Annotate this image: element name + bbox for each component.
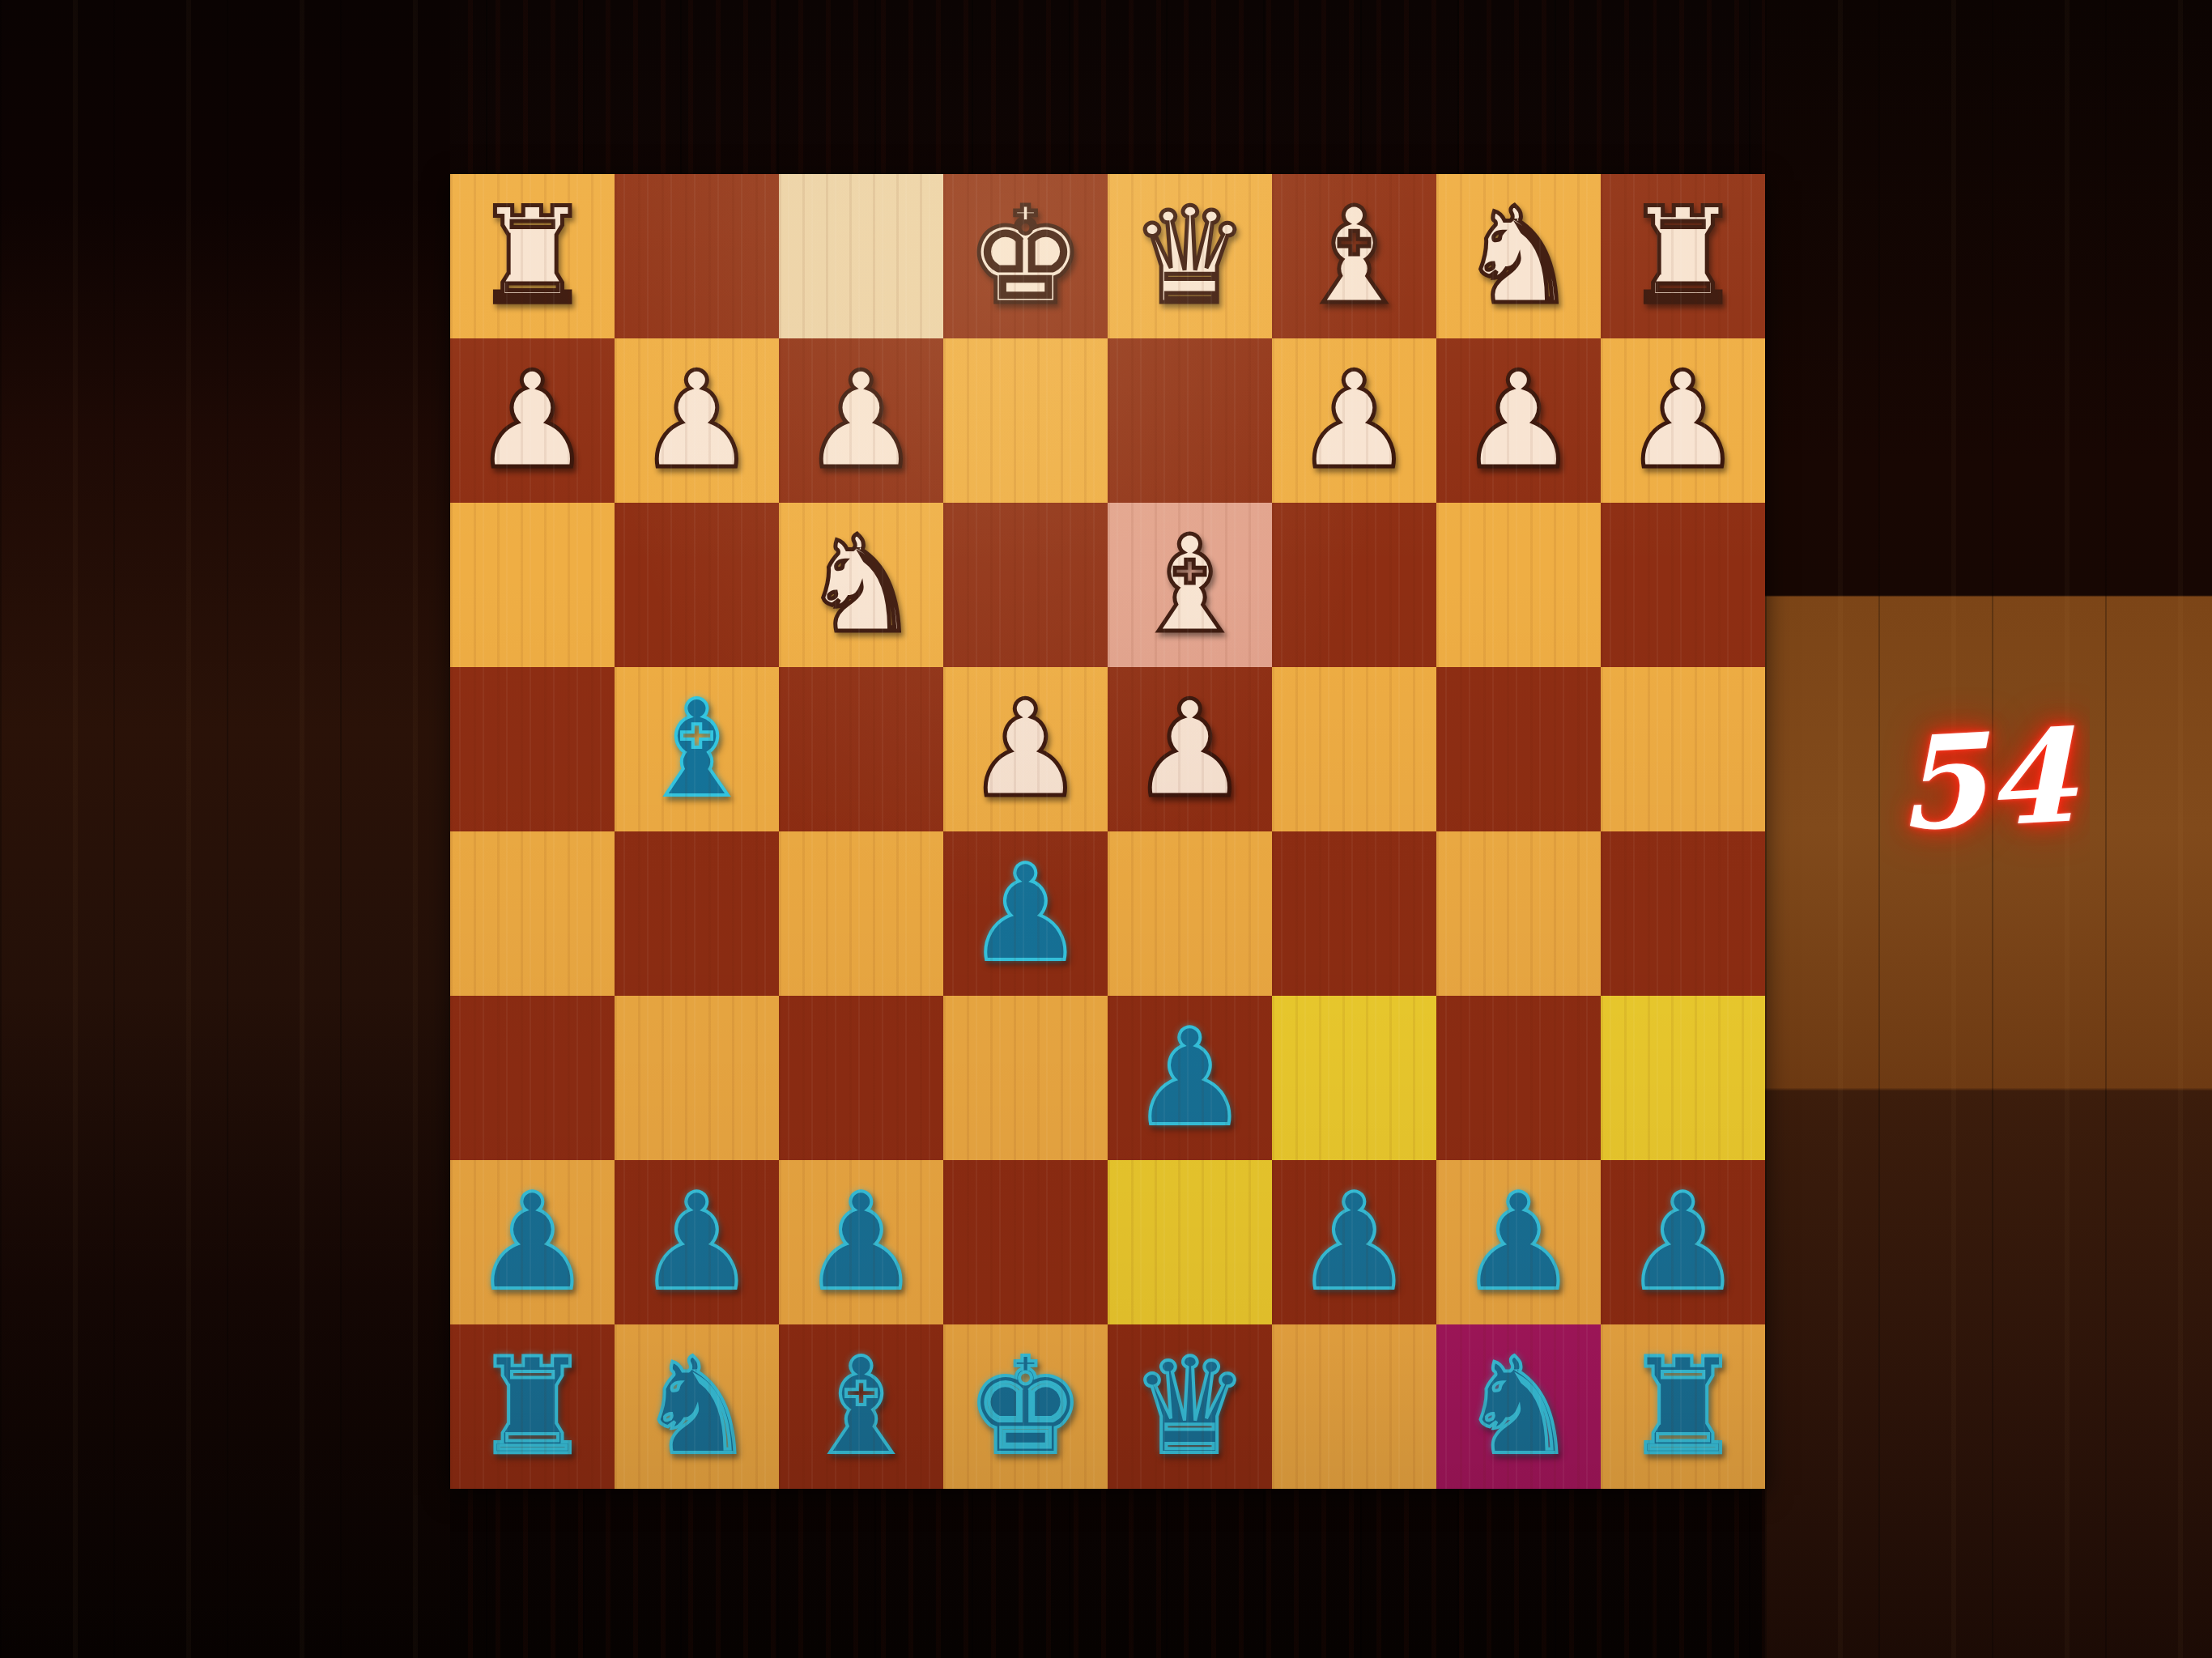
square-h7[interactable]: ♟ (450, 1160, 615, 1324)
square-f7[interactable]: ♟ (779, 1160, 943, 1324)
square-e6[interactable] (943, 996, 1108, 1160)
square-c3[interactable] (1272, 503, 1436, 667)
square-b7[interactable]: ♟ (1436, 1160, 1601, 1324)
square-g7[interactable]: ♟ (615, 1160, 779, 1324)
square-e5[interactable]: ♟ (943, 831, 1108, 996)
square-f8[interactable]: ♝ (779, 1324, 943, 1489)
white-king: ♚ (966, 190, 1085, 323)
square-d7[interactable] (1108, 1160, 1272, 1324)
square-f6[interactable] (779, 996, 943, 1160)
square-g1[interactable] (615, 174, 779, 338)
black-pawn: ♟ (637, 1176, 756, 1309)
white-pawn: ♟ (637, 355, 756, 487)
square-g2[interactable]: ♟ (615, 338, 779, 503)
white-pawn: ♟ (1295, 355, 1414, 487)
move-timer-countdown: 54 (1876, 672, 2095, 886)
square-d1[interactable]: ♛ (1108, 174, 1272, 338)
black-bishop: ♝ (637, 683, 756, 816)
square-a1[interactable]: ♜ (1601, 174, 1765, 338)
black-pawn: ♟ (1295, 1176, 1414, 1309)
white-knight: ♞ (1459, 190, 1578, 323)
white-pawn: ♟ (473, 355, 592, 487)
white-bishop: ♝ (1295, 190, 1414, 323)
square-b8[interactable]: ♞ (1436, 1324, 1601, 1489)
white-pawn: ♟ (966, 683, 1085, 816)
square-b5[interactable] (1436, 831, 1601, 996)
white-pawn: ♟ (1623, 355, 1742, 487)
square-d2[interactable] (1108, 338, 1272, 503)
square-d8[interactable]: ♛ (1108, 1324, 1272, 1489)
square-c1[interactable]: ♝ (1272, 174, 1436, 338)
white-knight: ♞ (802, 519, 921, 652)
square-d3[interactable]: ♝ (1108, 503, 1272, 667)
black-pawn: ♟ (473, 1176, 592, 1309)
chess-board: ♜♚♛♝♞♜♟♟♟♟♟♟♞♝♝♟♟♟♟♟♟♟♟♟♟♜♞♝♚♛♞♜ (450, 174, 1765, 1489)
square-b1[interactable]: ♞ (1436, 174, 1601, 338)
square-h5[interactable] (450, 831, 615, 996)
white-queen: ♛ (1130, 190, 1249, 323)
square-g4[interactable]: ♝ (615, 667, 779, 831)
square-a8[interactable]: ♜ (1601, 1324, 1765, 1489)
square-d6[interactable]: ♟ (1108, 996, 1272, 1160)
white-rook: ♜ (473, 190, 592, 323)
square-c2[interactable]: ♟ (1272, 338, 1436, 503)
square-h8[interactable]: ♜ (450, 1324, 615, 1489)
square-e4[interactable]: ♟ (943, 667, 1108, 831)
square-f4[interactable] (779, 667, 943, 831)
black-pawn: ♟ (1130, 1012, 1249, 1145)
black-pawn: ♟ (802, 1176, 921, 1309)
black-rook: ♜ (473, 1341, 592, 1473)
square-b4[interactable] (1436, 667, 1601, 831)
square-d5[interactable] (1108, 831, 1272, 996)
square-d4[interactable]: ♟ (1108, 667, 1272, 831)
square-g6[interactable] (615, 996, 779, 1160)
square-h4[interactable] (450, 667, 615, 831)
square-a3[interactable] (1601, 503, 1765, 667)
black-pawn: ♟ (1623, 1176, 1742, 1309)
square-g5[interactable] (615, 831, 779, 996)
square-g8[interactable]: ♞ (615, 1324, 779, 1489)
black-bishop: ♝ (802, 1341, 921, 1473)
black-queen: ♛ (1130, 1341, 1249, 1473)
square-e8[interactable]: ♚ (943, 1324, 1108, 1489)
square-b6[interactable] (1436, 996, 1601, 1160)
square-c4[interactable] (1272, 667, 1436, 831)
square-e3[interactable] (943, 503, 1108, 667)
black-king: ♚ (966, 1341, 1085, 1473)
square-e1[interactable]: ♚ (943, 174, 1108, 338)
square-h2[interactable]: ♟ (450, 338, 615, 503)
square-b2[interactable]: ♟ (1436, 338, 1601, 503)
white-pawn: ♟ (1130, 683, 1249, 816)
square-f1[interactable] (779, 174, 943, 338)
square-c8[interactable] (1272, 1324, 1436, 1489)
chess-game-screen: Exit Room: 2162669025 Bet: $9.000 guipon… (0, 0, 2212, 1658)
square-b3[interactable] (1436, 503, 1601, 667)
square-c5[interactable] (1272, 831, 1436, 996)
square-e2[interactable] (943, 338, 1108, 503)
square-a4[interactable] (1601, 667, 1765, 831)
square-h6[interactable] (450, 996, 615, 1160)
square-f2[interactable]: ♟ (779, 338, 943, 503)
white-pawn: ♟ (802, 355, 921, 487)
square-f5[interactable] (779, 831, 943, 996)
left-sidebar (0, 0, 450, 1658)
square-c7[interactable]: ♟ (1272, 1160, 1436, 1324)
black-knight: ♞ (637, 1341, 756, 1473)
black-pawn: ♟ (966, 848, 1085, 980)
square-h1[interactable]: ♜ (450, 174, 615, 338)
black-rook: ♜ (1623, 1341, 1742, 1473)
square-a5[interactable] (1601, 831, 1765, 996)
square-a6[interactable] (1601, 996, 1765, 1160)
player2-avatar: 54 (1872, 669, 2099, 891)
square-a2[interactable]: ♟ (1601, 338, 1765, 503)
square-f3[interactable]: ♞ (779, 503, 943, 667)
square-h3[interactable] (450, 503, 615, 667)
square-e7[interactable] (943, 1160, 1108, 1324)
white-rook: ♜ (1623, 190, 1742, 323)
black-pawn: ♟ (1459, 1176, 1578, 1309)
square-c6[interactable] (1272, 996, 1436, 1160)
white-bishop: ♝ (1130, 519, 1249, 652)
black-knight: ♞ (1459, 1341, 1578, 1473)
square-a7[interactable]: ♟ (1601, 1160, 1765, 1324)
white-pawn: ♟ (1459, 355, 1578, 487)
square-g3[interactable] (615, 503, 779, 667)
